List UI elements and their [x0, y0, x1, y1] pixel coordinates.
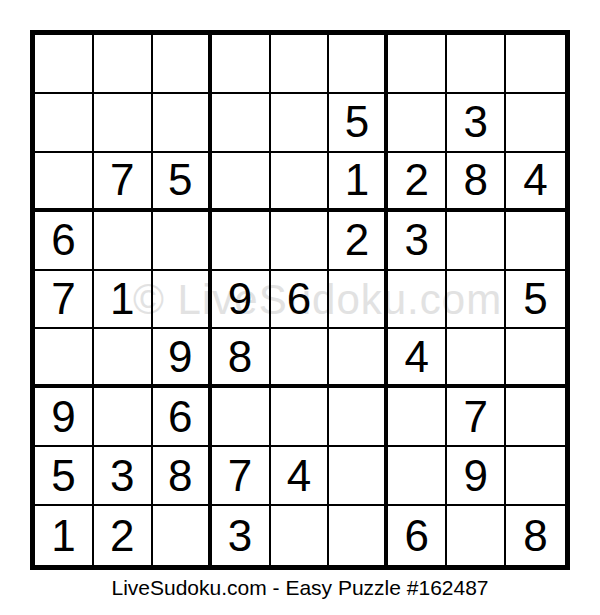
cell-r8c8[interactable]: 9 — [447, 447, 506, 506]
cell-r1c4[interactable] — [212, 35, 271, 94]
cell-r6c6[interactable] — [329, 329, 388, 388]
cell-r3c8[interactable]: 8 — [447, 153, 506, 212]
cell-r8c9[interactable] — [506, 447, 565, 506]
cell-r4c2[interactable] — [94, 212, 153, 271]
cell-r2c6[interactable]: 5 — [329, 94, 388, 153]
cell-r7c2[interactable] — [94, 388, 153, 447]
cell-r1c7[interactable] — [388, 35, 447, 94]
cell-r7c1[interactable]: 9 — [35, 388, 94, 447]
cell-r2c1[interactable] — [35, 94, 94, 153]
cell-r8c5[interactable]: 4 — [271, 447, 330, 506]
cell-r8c1[interactable]: 5 — [35, 447, 94, 506]
cell-r4c9[interactable] — [506, 212, 565, 271]
cell-r9c9[interactable]: 8 — [506, 506, 565, 565]
cell-r2c4[interactable] — [212, 94, 271, 153]
cell-r6c5[interactable] — [271, 329, 330, 388]
cell-r4c5[interactable] — [271, 212, 330, 271]
cell-r2c3[interactable] — [153, 94, 212, 153]
cell-r8c3[interactable]: 8 — [153, 447, 212, 506]
cell-r9c2[interactable]: 2 — [94, 506, 153, 565]
cell-r4c3[interactable] — [153, 212, 212, 271]
cell-r7c4[interactable] — [212, 388, 271, 447]
cell-r9c1[interactable]: 1 — [35, 506, 94, 565]
cell-r3c6[interactable]: 1 — [329, 153, 388, 212]
cell-r5c3[interactable] — [153, 271, 212, 330]
cell-r8c4[interactable]: 7 — [212, 447, 271, 506]
cell-r9c5[interactable] — [271, 506, 330, 565]
cell-r9c7[interactable]: 6 — [388, 506, 447, 565]
cell-r5c7[interactable] — [388, 271, 447, 330]
cell-r6c3[interactable]: 9 — [153, 329, 212, 388]
cell-r6c4[interactable]: 8 — [212, 329, 271, 388]
cell-r3c9[interactable]: 4 — [506, 153, 565, 212]
cell-r8c2[interactable]: 3 — [94, 447, 153, 506]
cell-r6c8[interactable] — [447, 329, 506, 388]
cell-r7c3[interactable]: 6 — [153, 388, 212, 447]
cell-r5c4[interactable]: 9 — [212, 271, 271, 330]
cell-r9c4[interactable]: 3 — [212, 506, 271, 565]
cell-r7c9[interactable] — [506, 388, 565, 447]
cell-r4c4[interactable] — [212, 212, 271, 271]
sudoku-page: © LiveSudoku.com 53751284623719659849675… — [0, 0, 600, 615]
cell-r3c7[interactable]: 2 — [388, 153, 447, 212]
cell-r5c6[interactable] — [329, 271, 388, 330]
cell-r1c2[interactable] — [94, 35, 153, 94]
cell-r4c1[interactable]: 6 — [35, 212, 94, 271]
cell-r2c7[interactable] — [388, 94, 447, 153]
puzzle-caption: LiveSudoku.com - Easy Puzzle #162487 — [0, 576, 600, 600]
cell-r3c3[interactable]: 5 — [153, 153, 212, 212]
cell-r3c4[interactable] — [212, 153, 271, 212]
cell-r2c8[interactable]: 3 — [447, 94, 506, 153]
cell-r4c7[interactable]: 3 — [388, 212, 447, 271]
cell-r2c2[interactable] — [94, 94, 153, 153]
cell-r4c6[interactable]: 2 — [329, 212, 388, 271]
cell-r1c3[interactable] — [153, 35, 212, 94]
cell-r2c9[interactable] — [506, 94, 565, 153]
cell-r1c5[interactable] — [271, 35, 330, 94]
cell-r5c5[interactable]: 6 — [271, 271, 330, 330]
cell-r6c1[interactable] — [35, 329, 94, 388]
cell-r5c2[interactable]: 1 — [94, 271, 153, 330]
cell-r8c6[interactable] — [329, 447, 388, 506]
cell-r7c6[interactable] — [329, 388, 388, 447]
cell-r2c5[interactable] — [271, 94, 330, 153]
cell-r6c9[interactable] — [506, 329, 565, 388]
cell-r5c1[interactable]: 7 — [35, 271, 94, 330]
cell-r3c1[interactable] — [35, 153, 94, 212]
cell-r5c8[interactable] — [447, 271, 506, 330]
cell-r9c3[interactable] — [153, 506, 212, 565]
cell-r9c8[interactable] — [447, 506, 506, 565]
cell-r1c9[interactable] — [506, 35, 565, 94]
cell-r4c8[interactable] — [447, 212, 506, 271]
sudoku-board: 537512846237196598496753874912368 — [30, 30, 570, 570]
cell-r6c7[interactable]: 4 — [388, 329, 447, 388]
cell-r5c9[interactable]: 5 — [506, 271, 565, 330]
cell-r6c2[interactable] — [94, 329, 153, 388]
cell-r3c5[interactable] — [271, 153, 330, 212]
cell-r7c5[interactable] — [271, 388, 330, 447]
cell-r1c8[interactable] — [447, 35, 506, 94]
cell-r8c7[interactable] — [388, 447, 447, 506]
cell-r9c6[interactable] — [329, 506, 388, 565]
cell-r7c7[interactable] — [388, 388, 447, 447]
cell-r1c6[interactable] — [329, 35, 388, 94]
cell-r7c8[interactable]: 7 — [447, 388, 506, 447]
cell-r1c1[interactable] — [35, 35, 94, 94]
cell-r3c2[interactable]: 7 — [94, 153, 153, 212]
